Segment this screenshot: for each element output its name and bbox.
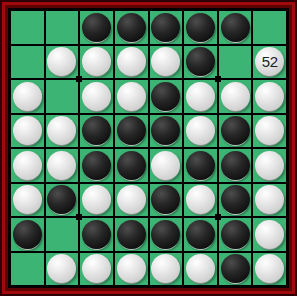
cell-b6	[46, 184, 79, 217]
cell-g8	[219, 253, 252, 286]
white-disc-d6	[117, 185, 146, 214]
cell-f7	[184, 218, 217, 251]
cell-g5	[219, 149, 252, 182]
cell-g3	[219, 80, 252, 113]
cell-f5	[184, 149, 217, 182]
cell-e4	[150, 115, 183, 148]
cell-h6	[253, 184, 286, 217]
black-disc-g7	[221, 220, 250, 249]
star-point	[215, 214, 221, 220]
black-disc-c1	[82, 13, 111, 42]
cell-b8	[46, 253, 79, 286]
black-disc-a7	[13, 220, 42, 249]
white-disc-c3	[82, 82, 111, 111]
black-disc-f5	[186, 151, 215, 180]
cell-b1[interactable]	[46, 11, 79, 44]
black-disc-g8	[221, 254, 250, 283]
cell-e2	[150, 46, 183, 79]
cell-h3	[253, 80, 286, 113]
cell-c7	[80, 218, 113, 251]
cell-f6	[184, 184, 217, 217]
white-disc-a4	[13, 116, 42, 145]
white-disc-d2	[117, 47, 146, 76]
white-disc-c6	[82, 185, 111, 214]
cell-a4	[11, 115, 44, 148]
board-frame-inner-line: 52	[8, 8, 289, 288]
last-move-number: 52	[262, 54, 278, 69]
white-disc-e8	[151, 254, 180, 283]
white-disc-g3	[221, 82, 250, 111]
cell-b3[interactable]	[46, 80, 79, 113]
white-disc-b8	[47, 254, 76, 283]
star-point	[76, 76, 82, 82]
black-disc-e1	[151, 13, 180, 42]
white-disc-e2	[151, 47, 180, 76]
black-disc-f7	[186, 220, 215, 249]
black-disc-e6	[151, 185, 180, 214]
black-disc-e3	[151, 82, 180, 111]
cell-d6	[115, 184, 148, 217]
cell-g7	[219, 218, 252, 251]
cell-h7	[253, 218, 286, 251]
black-disc-d4	[117, 116, 146, 145]
white-disc-d8	[117, 254, 146, 283]
black-disc-d1	[117, 13, 146, 42]
cell-g1	[219, 11, 252, 44]
cell-h1[interactable]	[253, 11, 286, 44]
cell-h5	[253, 149, 286, 182]
black-disc-g1	[221, 13, 250, 42]
board: 52	[11, 11, 286, 285]
cell-g4	[219, 115, 252, 148]
cell-h4	[253, 115, 286, 148]
cell-e3	[150, 80, 183, 113]
white-disc-b4	[47, 116, 76, 145]
white-disc-f6	[186, 185, 215, 214]
white-disc-h4	[255, 116, 284, 145]
last-move-disc-h2: 52	[255, 47, 284, 76]
cell-d1	[115, 11, 148, 44]
star-point	[215, 76, 221, 82]
white-disc-a6	[13, 185, 42, 214]
cell-f3	[184, 80, 217, 113]
cell-b7[interactable]	[46, 218, 79, 251]
cell-c4	[80, 115, 113, 148]
star-point	[76, 214, 82, 220]
cell-b4	[46, 115, 79, 148]
cell-e8	[150, 253, 183, 286]
black-disc-e7	[151, 220, 180, 249]
cell-a8[interactable]	[11, 253, 44, 286]
black-disc-g5	[221, 151, 250, 180]
cell-h2: 52	[253, 46, 286, 79]
cell-a7	[11, 218, 44, 251]
cell-d7	[115, 218, 148, 251]
white-disc-f4	[186, 116, 215, 145]
white-disc-e5	[151, 151, 180, 180]
cell-d5	[115, 149, 148, 182]
white-disc-h8	[255, 254, 284, 283]
cell-f4	[184, 115, 217, 148]
cell-g2[interactable]	[219, 46, 252, 79]
white-disc-c8	[82, 254, 111, 283]
cell-c8	[80, 253, 113, 286]
cell-a1[interactable]	[11, 11, 44, 44]
cell-b5	[46, 149, 79, 182]
black-disc-f1	[186, 13, 215, 42]
board-frame-outer: 52	[0, 0, 297, 296]
cell-d3	[115, 80, 148, 113]
cell-f2	[184, 46, 217, 79]
white-disc-h6	[255, 185, 284, 214]
cell-e6	[150, 184, 183, 217]
cell-d8	[115, 253, 148, 286]
black-disc-f2	[186, 47, 215, 76]
cell-a2[interactable]	[11, 46, 44, 79]
white-disc-a5	[13, 151, 42, 180]
cell-c2	[80, 46, 113, 79]
cell-e1	[150, 11, 183, 44]
white-disc-f3	[186, 82, 215, 111]
cell-d2	[115, 46, 148, 79]
black-disc-b6	[47, 185, 76, 214]
white-disc-f8	[186, 254, 215, 283]
white-disc-b5	[47, 151, 76, 180]
cell-c5	[80, 149, 113, 182]
cell-c6	[80, 184, 113, 217]
cell-a5	[11, 149, 44, 182]
black-disc-c5	[82, 151, 111, 180]
white-disc-h3	[255, 82, 284, 111]
cell-a6	[11, 184, 44, 217]
white-disc-d3	[117, 82, 146, 111]
cell-d4	[115, 115, 148, 148]
white-disc-a3	[13, 82, 42, 111]
cell-g6	[219, 184, 252, 217]
white-disc-b2	[47, 47, 76, 76]
black-disc-g6	[221, 185, 250, 214]
board-frame-red: 52	[2, 2, 295, 294]
black-disc-c4	[82, 116, 111, 145]
cell-e7	[150, 218, 183, 251]
cell-c1	[80, 11, 113, 44]
black-disc-g4	[221, 116, 250, 145]
black-disc-c7	[82, 220, 111, 249]
black-disc-d7	[117, 220, 146, 249]
cell-c3	[80, 80, 113, 113]
cell-b2	[46, 46, 79, 79]
cell-f1	[184, 11, 217, 44]
white-disc-h7	[255, 220, 284, 249]
cell-e5	[150, 149, 183, 182]
cell-h8	[253, 253, 286, 286]
black-disc-e4	[151, 116, 180, 145]
white-disc-h5	[255, 151, 284, 180]
cell-a3	[11, 80, 44, 113]
white-disc-c2	[82, 47, 111, 76]
board-frame-maroon: 52	[5, 5, 292, 291]
black-disc-d5	[117, 151, 146, 180]
cell-f8	[184, 253, 217, 286]
